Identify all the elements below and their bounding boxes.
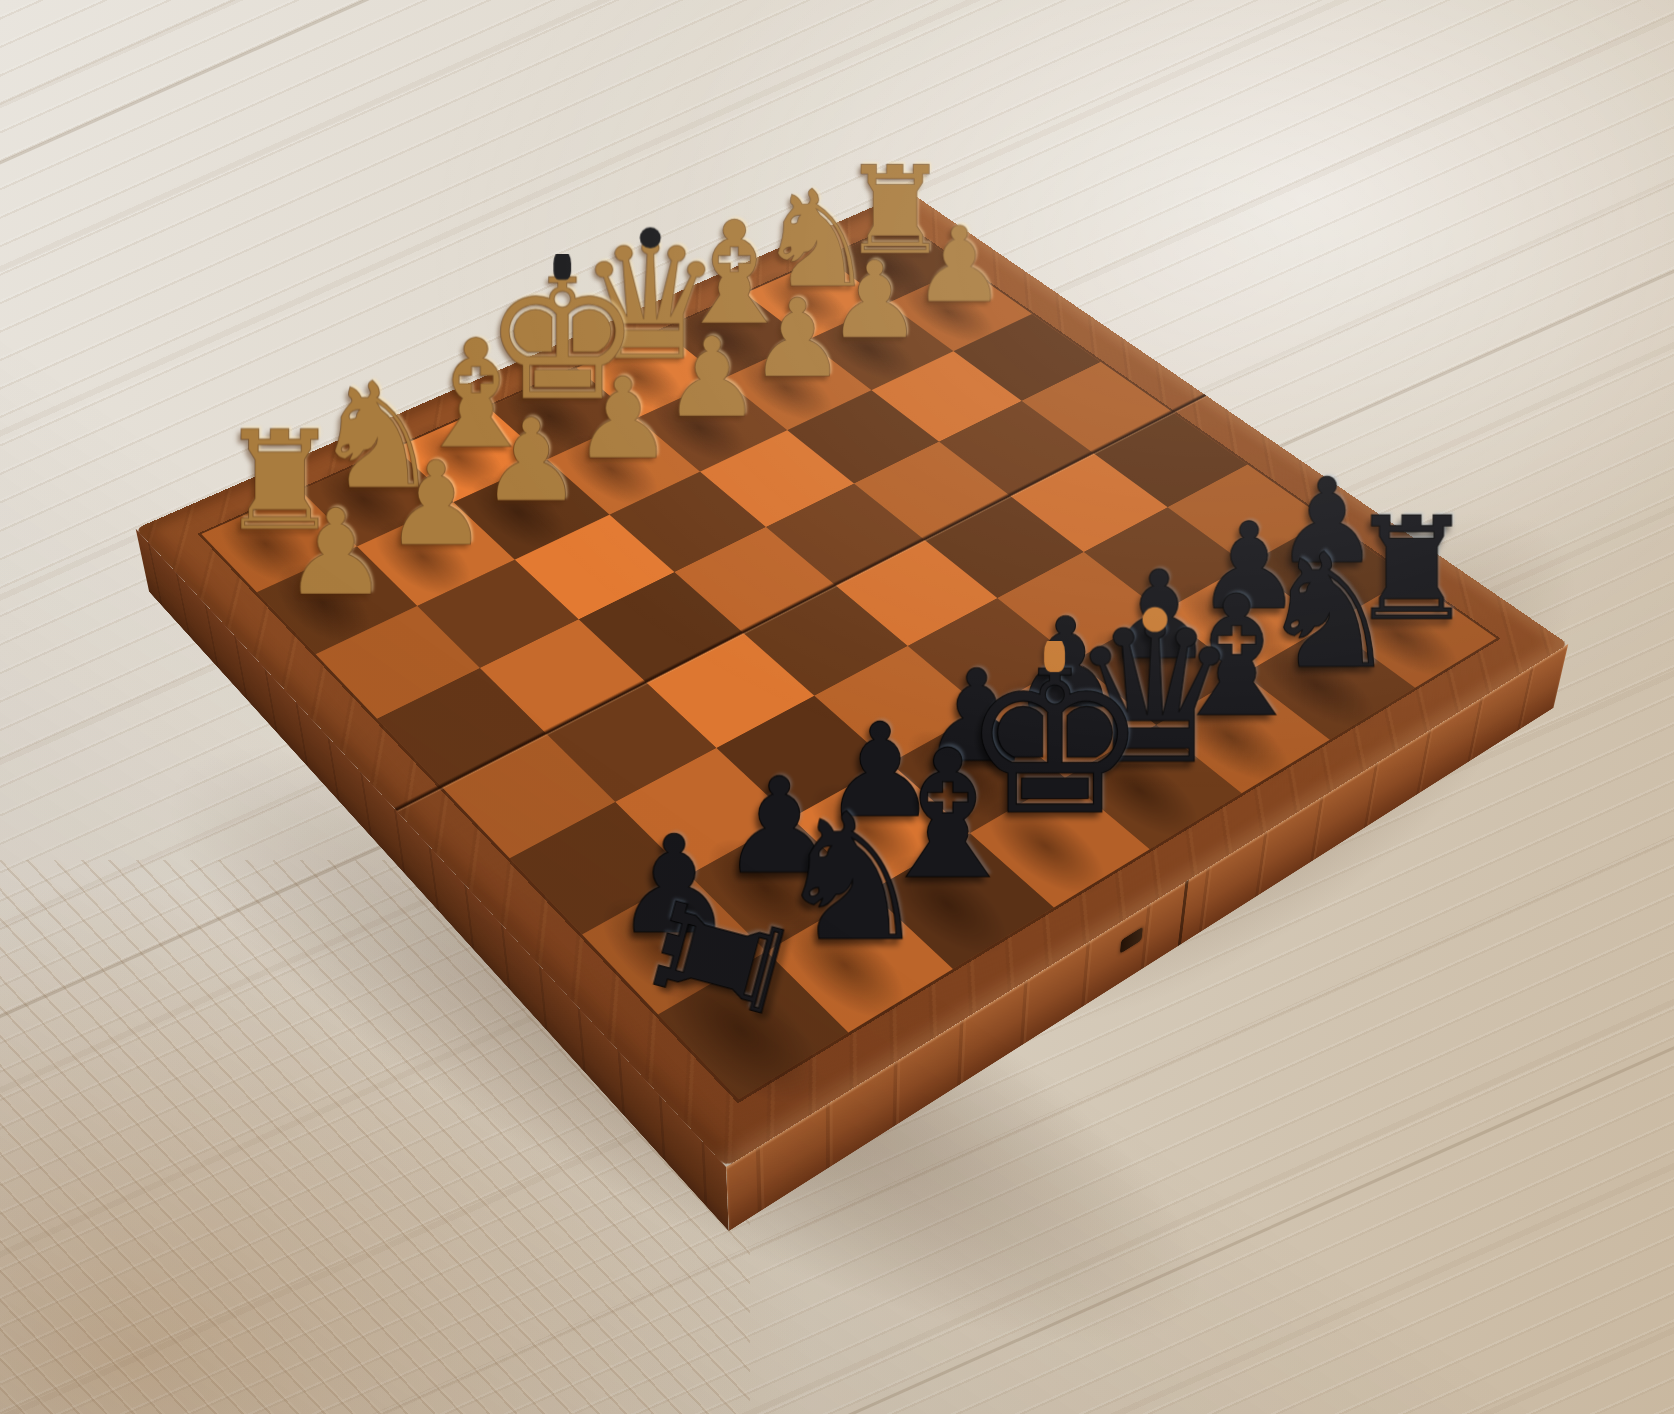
white-pawn-icon: ♟ — [384, 448, 488, 559]
box-half-seam — [1178, 880, 1189, 947]
white-pawn-icon: ♟ — [662, 325, 761, 430]
white-pawn-icon: ♟ — [573, 365, 674, 472]
white-pawn-icon: ♟ — [913, 214, 1007, 313]
white-pawn-icon: ♟ — [749, 287, 846, 390]
white-pawn-icon: ♟ — [282, 496, 389, 609]
white-queen-finial — [639, 227, 660, 248]
white-pawn-icon: ♟ — [480, 406, 582, 515]
box-clasp — [1120, 927, 1143, 954]
black-king-finial — [1045, 636, 1066, 672]
white-king-finial — [554, 249, 572, 279]
